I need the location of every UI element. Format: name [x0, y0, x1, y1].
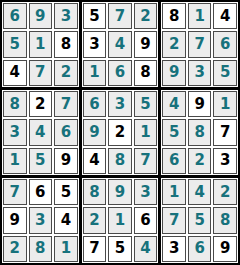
- cell-r7c2-given[interactable]: 6: [29, 179, 53, 205]
- box-6: 491587623: [161, 90, 238, 175]
- cell-r5c4-entered[interactable]: 9: [83, 119, 107, 145]
- cell-r5c3-entered[interactable]: 6: [54, 119, 78, 145]
- cell-r2c9-entered[interactable]: 6: [213, 31, 237, 57]
- cell-r7c8-entered[interactable]: 4: [188, 179, 212, 205]
- box-1: 693518472: [2, 2, 79, 87]
- cell-r8c6-given[interactable]: 6: [134, 207, 158, 233]
- cell-r3c8-entered[interactable]: 3: [188, 60, 212, 86]
- cell-r4c1-entered[interactable]: 8: [3, 91, 27, 117]
- cell-r4c3-entered[interactable]: 7: [54, 91, 78, 117]
- cell-r8c4-entered[interactable]: 2: [83, 207, 107, 233]
- cell-r2c1-entered[interactable]: 5: [3, 31, 27, 57]
- box-7: 765934281: [2, 178, 79, 263]
- cell-r4c4-entered[interactable]: 6: [83, 91, 107, 117]
- cell-r8c1-given[interactable]: 9: [3, 207, 27, 233]
- box-2: 572349168: [82, 2, 159, 87]
- cell-r8c2-entered[interactable]: 3: [29, 207, 53, 233]
- cell-r2c7-entered[interactable]: 2: [162, 31, 186, 57]
- cell-r5c1-entered[interactable]: 3: [3, 119, 27, 145]
- cell-r8c8-entered[interactable]: 5: [188, 207, 212, 233]
- cell-r7c7-entered[interactable]: 1: [162, 179, 186, 205]
- cell-r6c5-entered[interactable]: 8: [108, 148, 132, 174]
- cell-r3c5-entered[interactable]: 6: [108, 60, 132, 86]
- cell-r7c5-entered[interactable]: 9: [108, 179, 132, 205]
- cell-r9c9-given[interactable]: 9: [213, 236, 237, 262]
- cell-r1c6-entered[interactable]: 2: [134, 3, 158, 29]
- cell-r9c8-entered[interactable]: 6: [188, 236, 212, 262]
- cell-r9c1-entered[interactable]: 2: [3, 236, 27, 262]
- cell-r4c5-entered[interactable]: 3: [108, 91, 132, 117]
- cell-r1c9-given[interactable]: 4: [213, 3, 237, 29]
- cell-r2c3-given[interactable]: 8: [54, 31, 78, 57]
- box-4: 827346159: [2, 90, 79, 175]
- cell-r2c2-entered[interactable]: 1: [29, 31, 53, 57]
- cell-r1c5-entered[interactable]: 7: [108, 3, 132, 29]
- cell-r7c3-given[interactable]: 5: [54, 179, 78, 205]
- cell-r3c4-entered[interactable]: 1: [83, 60, 107, 86]
- cell-r5c5-given[interactable]: 2: [108, 119, 132, 145]
- cell-r9c6-entered[interactable]: 4: [134, 236, 158, 262]
- cell-r7c4-entered[interactable]: 8: [83, 179, 107, 205]
- cell-r1c8-entered[interactable]: 1: [188, 3, 212, 29]
- cell-r5c8-entered[interactable]: 8: [188, 119, 212, 145]
- cell-r4c6-entered[interactable]: 5: [134, 91, 158, 117]
- cell-r5c9-given[interactable]: 7: [213, 119, 237, 145]
- cell-r5c6-entered[interactable]: 1: [134, 119, 158, 145]
- cell-r6c1-entered[interactable]: 1: [3, 148, 27, 174]
- cell-r6c7-entered[interactable]: 6: [162, 148, 186, 174]
- cell-r9c4-given[interactable]: 7: [83, 236, 107, 262]
- cell-r9c3-entered[interactable]: 1: [54, 236, 78, 262]
- box-3: 814276935: [161, 2, 238, 87]
- cell-r6c8-entered[interactable]: 2: [188, 148, 212, 174]
- cell-r3c1-given[interactable]: 4: [3, 60, 27, 86]
- cell-r8c7-entered[interactable]: 7: [162, 207, 186, 233]
- cell-r2c4-given[interactable]: 3: [83, 31, 107, 57]
- box-9: 142758369: [161, 178, 238, 263]
- cell-r1c3-entered[interactable]: 3: [54, 3, 78, 29]
- cell-r9c7-given[interactable]: 3: [162, 236, 186, 262]
- cell-r2c6-given[interactable]: 9: [134, 31, 158, 57]
- cell-r2c8-entered[interactable]: 7: [188, 31, 212, 57]
- cell-r2c5-entered[interactable]: 4: [108, 31, 132, 57]
- cell-r6c4-given[interactable]: 4: [83, 148, 107, 174]
- cell-r6c6-entered[interactable]: 7: [134, 148, 158, 174]
- cell-r7c1-entered[interactable]: 7: [3, 179, 27, 205]
- cell-r7c9-entered[interactable]: 2: [213, 179, 237, 205]
- cell-r4c2-given[interactable]: 2: [29, 91, 53, 117]
- cell-r5c7-entered[interactable]: 5: [162, 119, 186, 145]
- cell-r1c1-entered[interactable]: 6: [3, 3, 27, 29]
- cell-r4c8-given[interactable]: 9: [188, 91, 212, 117]
- sudoku-board: 6935184725723491688142769358273461596359…: [0, 0, 240, 265]
- cell-r3c3-entered[interactable]: 2: [54, 60, 78, 86]
- cell-r3c7-entered[interactable]: 9: [162, 60, 186, 86]
- cell-r8c3-given[interactable]: 4: [54, 207, 78, 233]
- cell-r6c3-given[interactable]: 9: [54, 148, 78, 174]
- cell-r7c6-entered[interactable]: 3: [134, 179, 158, 205]
- cell-r9c2-entered[interactable]: 8: [29, 236, 53, 262]
- box-5: 635921487: [82, 90, 159, 175]
- cell-r3c6-given[interactable]: 8: [134, 60, 158, 86]
- cell-r3c9-entered[interactable]: 5: [213, 60, 237, 86]
- cell-r4c9-entered[interactable]: 1: [213, 91, 237, 117]
- cell-r3c2-entered[interactable]: 7: [29, 60, 53, 86]
- cell-r1c4-given[interactable]: 5: [83, 3, 107, 29]
- cell-r5c2-entered[interactable]: 4: [29, 119, 53, 145]
- cell-r4c7-entered[interactable]: 4: [162, 91, 186, 117]
- cell-r1c2-entered[interactable]: 9: [29, 3, 53, 29]
- cell-r1c7-given[interactable]: 8: [162, 3, 186, 29]
- cell-r8c9-entered[interactable]: 8: [213, 207, 237, 233]
- box-8: 893216754: [82, 178, 159, 263]
- cell-r9c5-given[interactable]: 5: [108, 236, 132, 262]
- cell-r8c5-entered[interactable]: 1: [108, 207, 132, 233]
- cell-r6c2-entered[interactable]: 5: [29, 148, 53, 174]
- cell-r6c9-given[interactable]: 3: [213, 148, 237, 174]
